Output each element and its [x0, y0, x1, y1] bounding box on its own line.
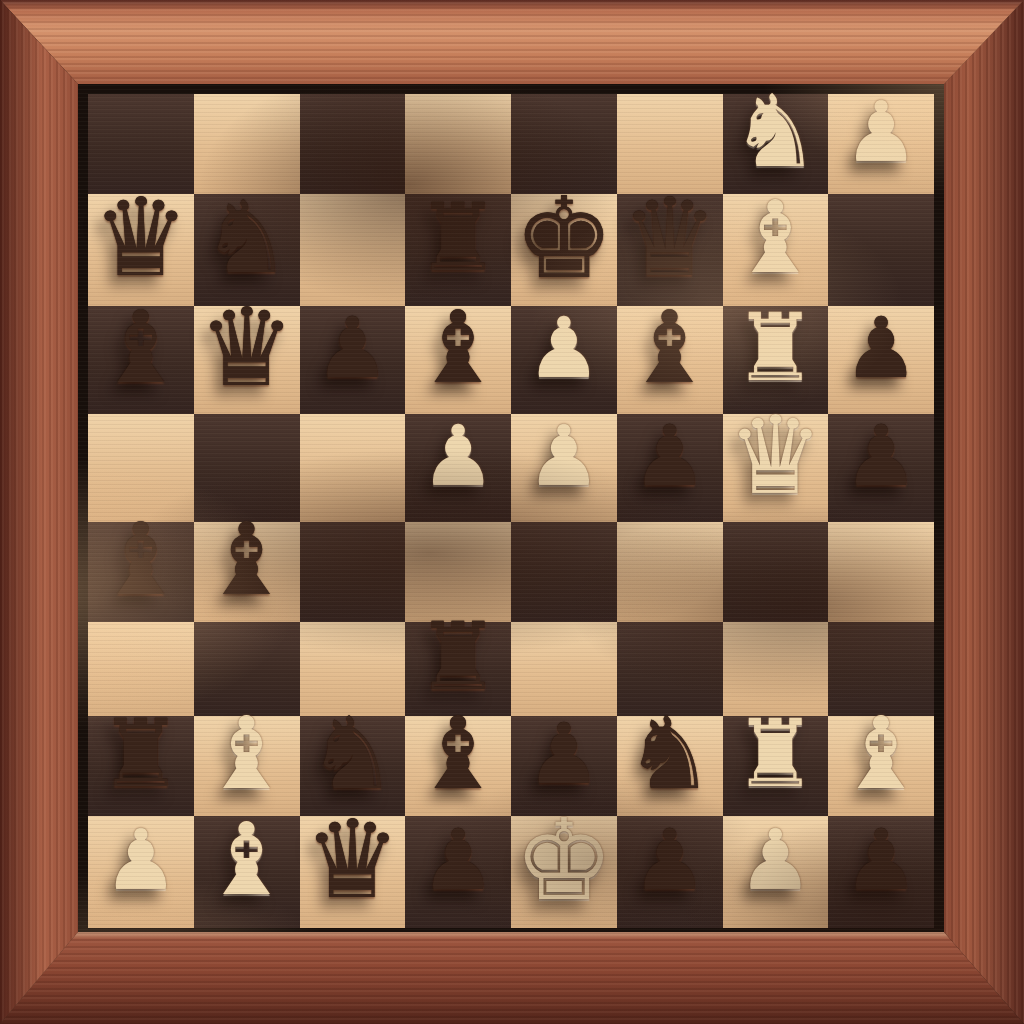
piece-black-knight-c2[interactable]: ♞: [308, 704, 398, 804]
square-e1[interactable]: ♚: [511, 816, 617, 928]
square-f5[interactable]: ♟: [617, 414, 723, 522]
piece-black-knight-b7[interactable]: ♞: [202, 188, 292, 288]
piece-black-queen-a7[interactable]: ♛: [92, 184, 189, 292]
square-e5[interactable]: ♟: [511, 414, 617, 522]
frame-top: [0, 0, 1024, 84]
piece-black-pawn-h6[interactable]: ♟: [843, 306, 918, 390]
square-c8[interactable]: [300, 94, 406, 194]
piece-black-king-e7[interactable]: ♚: [514, 182, 614, 294]
frame-right: [944, 0, 1024, 1024]
square-a1[interactable]: ♟: [88, 816, 194, 928]
square-b6[interactable]: ♛: [194, 306, 300, 414]
square-b4[interactable]: ♝: [194, 522, 300, 622]
square-h6[interactable]: ♟: [828, 306, 934, 414]
square-h8[interactable]: ♟: [828, 94, 934, 194]
square-h7[interactable]: [828, 194, 934, 306]
square-d6[interactable]: ♝: [405, 306, 511, 414]
piece-black-knight-f2[interactable]: ♞: [625, 704, 715, 804]
square-c4[interactable]: [300, 522, 406, 622]
square-a4[interactable]: ♝: [88, 522, 194, 622]
piece-white-bishop-h2[interactable]: ♝: [836, 704, 926, 804]
square-g5[interactable]: ♛: [723, 414, 829, 522]
square-e6[interactable]: ♟: [511, 306, 617, 414]
square-c7[interactable]: [300, 194, 406, 306]
square-e3[interactable]: [511, 622, 617, 716]
piece-black-rook-d3[interactable]: ♜: [416, 610, 500, 704]
piece-white-bishop-g7[interactable]: ♝: [731, 188, 821, 288]
square-a2[interactable]: ♜: [88, 716, 194, 816]
piece-white-bishop-b1[interactable]: ♝: [202, 810, 292, 910]
square-e7[interactable]: ♚: [511, 194, 617, 306]
square-f2[interactable]: ♞: [617, 716, 723, 816]
square-d2[interactable]: ♝: [405, 716, 511, 816]
piece-black-bishop-d2[interactable]: ♝: [413, 704, 503, 804]
piece-black-bishop-a4[interactable]: ♝: [96, 510, 186, 610]
square-h5[interactable]: ♟: [828, 414, 934, 522]
square-e4[interactable]: [511, 522, 617, 622]
piece-black-pawn-e2[interactable]: ♟: [526, 712, 601, 796]
piece-white-pawn-e6[interactable]: ♟: [526, 306, 601, 390]
piece-black-pawn-h5[interactable]: ♟: [843, 414, 918, 498]
piece-black-pawn-d1[interactable]: ♟: [420, 818, 495, 902]
square-c1[interactable]: ♛: [300, 816, 406, 928]
chess-board: ♞♟♛♞♜♚♛♝♝♛♟♝♟♝♜♟♟♟♟♛♟♝♝♜♜♝♞♝♟♞♜♝♟♝♛♟♚♟♟♟: [78, 84, 944, 932]
piece-black-queen-f7[interactable]: ♛: [621, 184, 718, 292]
square-g4[interactable]: [723, 522, 829, 622]
square-d5[interactable]: ♟: [405, 414, 511, 522]
piece-white-pawn-a1[interactable]: ♟: [103, 818, 178, 902]
piece-black-rook-d7[interactable]: ♜: [416, 191, 500, 285]
piece-black-bishop-a6[interactable]: ♝: [96, 298, 186, 398]
piece-white-rook-g6[interactable]: ♜: [733, 301, 817, 395]
square-c5[interactable]: [300, 414, 406, 522]
piece-white-rook-g2[interactable]: ♜: [733, 707, 817, 801]
square-b1[interactable]: ♝: [194, 816, 300, 928]
square-f4[interactable]: [617, 522, 723, 622]
square-d8[interactable]: [405, 94, 511, 194]
piece-black-queen-b6[interactable]: ♛: [198, 294, 295, 402]
square-f6[interactable]: ♝: [617, 306, 723, 414]
piece-white-bishop-b2[interactable]: ♝: [202, 704, 292, 804]
piece-black-bishop-f6[interactable]: ♝: [625, 298, 715, 398]
frame-bottom: [0, 932, 1024, 1024]
square-c6[interactable]: ♟: [300, 306, 406, 414]
chess-photo: ♞♟♛♞♜♚♛♝♝♛♟♝♟♝♜♟♟♟♟♛♟♝♝♜♜♝♞♝♟♞♜♝♟♝♛♟♚♟♟♟: [0, 0, 1024, 1024]
piece-white-king-e1[interactable]: ♚: [514, 804, 614, 916]
square-d1[interactable]: ♟: [405, 816, 511, 928]
square-g7[interactable]: ♝: [723, 194, 829, 306]
piece-white-queen-g5[interactable]: ♛: [727, 402, 824, 510]
piece-black-queen-c1[interactable]: ♛: [304, 806, 401, 914]
square-h1[interactable]: ♟: [828, 816, 934, 928]
square-h4[interactable]: [828, 522, 934, 622]
piece-white-knight-g8[interactable]: ♞: [731, 82, 821, 182]
piece-black-pawn-c6[interactable]: ♟: [315, 306, 390, 390]
piece-white-pawn-g1[interactable]: ♟: [738, 818, 813, 902]
piece-black-pawn-f5[interactable]: ♟: [632, 414, 707, 498]
piece-black-rook-a2[interactable]: ♜: [99, 707, 183, 801]
piece-white-pawn-d5[interactable]: ♟: [420, 414, 495, 498]
piece-black-bishop-b4[interactable]: ♝: [202, 510, 292, 610]
piece-black-bishop-d6[interactable]: ♝: [413, 298, 503, 398]
piece-white-pawn-h8[interactable]: ♟: [843, 90, 918, 174]
square-f1[interactable]: ♟: [617, 816, 723, 928]
piece-black-pawn-f1[interactable]: ♟: [632, 818, 707, 902]
piece-white-pawn-e5[interactable]: ♟: [526, 414, 601, 498]
piece-black-pawn-h1[interactable]: ♟: [843, 818, 918, 902]
square-g1[interactable]: ♟: [723, 816, 829, 928]
square-a6[interactable]: ♝: [88, 306, 194, 414]
frame-left: [0, 0, 78, 1024]
square-g2[interactable]: ♜: [723, 716, 829, 816]
square-h2[interactable]: ♝: [828, 716, 934, 816]
